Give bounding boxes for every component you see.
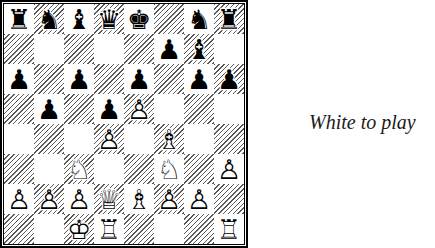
white-pawn: ♟♙ xyxy=(124,94,154,124)
black-pawn: ♟♟ xyxy=(214,64,244,94)
black-pawn: ♟♟ xyxy=(154,34,184,64)
black-pawn-glyph: ♟ xyxy=(7,66,31,93)
square-e4 xyxy=(124,124,154,154)
square-h8: ♜♜ xyxy=(214,4,244,34)
square-g2: ♟♙ xyxy=(184,184,214,214)
square-d1: ♜♖ xyxy=(94,214,124,244)
black-pawn-glyph: ♟ xyxy=(157,36,181,63)
square-a8: ♜♜ xyxy=(4,4,34,34)
square-g8: ♞♞ xyxy=(184,4,214,34)
square-g3 xyxy=(184,154,214,184)
square-f6 xyxy=(154,64,184,94)
square-g1 xyxy=(184,214,214,244)
white-pawn-glyph: ♙ xyxy=(97,126,121,153)
square-c1: ♚♔ xyxy=(64,214,94,244)
square-e5: ♟♙ xyxy=(124,94,154,124)
white-pawn-glyph: ♙ xyxy=(187,186,211,213)
square-c2: ♟♙ xyxy=(64,184,94,214)
square-g4 xyxy=(184,124,214,154)
white-pawn: ♟♙ xyxy=(214,154,244,184)
black-pawn: ♟♟ xyxy=(124,64,154,94)
chess-diagram: ♜♜♞♞♝♝♛♛♚♚♞♞♜♜♟♟♝♝♟♟♟♟♟♟♟♟♟♟♟♟♟♟♟♙♟♙♝♗♞♘… xyxy=(0,0,435,248)
white-pawn-glyph: ♙ xyxy=(157,186,181,213)
square-b6 xyxy=(34,64,64,94)
square-h6: ♟♟ xyxy=(214,64,244,94)
white-pawn: ♟♙ xyxy=(184,184,214,214)
white-knight: ♞♘ xyxy=(154,154,184,184)
white-pawn-glyph: ♙ xyxy=(37,186,61,213)
black-pawn: ♟♟ xyxy=(94,94,124,124)
white-knight-glyph: ♘ xyxy=(67,156,91,183)
square-d8: ♛♛ xyxy=(94,4,124,34)
square-f7: ♟♟ xyxy=(154,34,184,64)
square-d4: ♟♙ xyxy=(94,124,124,154)
black-queen: ♛♛ xyxy=(94,4,124,34)
square-a5 xyxy=(4,94,34,124)
white-queen: ♛♕ xyxy=(94,184,124,214)
square-f4: ♝♗ xyxy=(154,124,184,154)
black-queen-glyph: ♛ xyxy=(97,6,121,33)
white-rook: ♜♖ xyxy=(214,214,244,244)
square-f2: ♟♙ xyxy=(154,184,184,214)
square-h5 xyxy=(214,94,244,124)
black-pawn-glyph: ♟ xyxy=(127,66,151,93)
black-pawn: ♟♟ xyxy=(64,64,94,94)
white-rook: ♜♖ xyxy=(94,214,124,244)
black-rook-glyph: ♜ xyxy=(7,6,31,33)
black-pawn-glyph: ♟ xyxy=(217,66,241,93)
white-pawn-glyph: ♙ xyxy=(127,96,151,123)
white-pawn: ♟♙ xyxy=(64,184,94,214)
black-bishop: ♝♝ xyxy=(184,34,214,64)
black-bishop-glyph: ♝ xyxy=(67,6,91,33)
square-e8: ♚♚ xyxy=(124,4,154,34)
black-pawn-glyph: ♟ xyxy=(67,66,91,93)
white-king: ♚♔ xyxy=(64,214,94,244)
board-grid: ♜♜♞♞♝♝♛♛♚♚♞♞♜♜♟♟♝♝♟♟♟♟♟♟♟♟♟♟♟♟♟♟♟♙♟♙♝♗♞♘… xyxy=(3,3,245,245)
black-king: ♚♚ xyxy=(124,4,154,34)
square-f8 xyxy=(154,4,184,34)
square-c6: ♟♟ xyxy=(64,64,94,94)
square-c5 xyxy=(64,94,94,124)
square-g6: ♟♟ xyxy=(184,64,214,94)
square-a4 xyxy=(4,124,34,154)
white-pawn: ♟♙ xyxy=(94,124,124,154)
black-bishop: ♝♝ xyxy=(64,4,94,34)
black-pawn-glyph: ♟ xyxy=(187,66,211,93)
square-b4 xyxy=(34,124,64,154)
square-b1 xyxy=(34,214,64,244)
black-pawn: ♟♟ xyxy=(184,64,214,94)
square-h4 xyxy=(214,124,244,154)
square-c8: ♝♝ xyxy=(64,4,94,34)
square-c4 xyxy=(64,124,94,154)
square-g5 xyxy=(184,94,214,124)
square-f1 xyxy=(154,214,184,244)
square-a3 xyxy=(4,154,34,184)
square-f5 xyxy=(154,94,184,124)
square-e2: ♝♗ xyxy=(124,184,154,214)
black-bishop-glyph: ♝ xyxy=(187,36,211,63)
black-knight: ♞♞ xyxy=(184,4,214,34)
black-rook: ♜♜ xyxy=(4,4,34,34)
square-b3 xyxy=(34,154,64,184)
black-pawn-glyph: ♟ xyxy=(97,96,121,123)
white-pawn-glyph: ♙ xyxy=(7,186,31,213)
white-king-glyph: ♔ xyxy=(67,216,91,243)
white-queen-glyph: ♕ xyxy=(97,186,121,213)
square-b7 xyxy=(34,34,64,64)
white-pawn-glyph: ♙ xyxy=(217,156,241,183)
black-pawn-glyph: ♟ xyxy=(37,96,61,123)
white-knight: ♞♘ xyxy=(64,154,94,184)
square-e1 xyxy=(124,214,154,244)
square-c7 xyxy=(64,34,94,64)
chess-board: ♜♜♞♞♝♝♛♛♚♚♞♞♜♜♟♟♝♝♟♟♟♟♟♟♟♟♟♟♟♟♟♟♟♙♟♙♝♗♞♘… xyxy=(0,0,248,248)
white-bishop-glyph: ♗ xyxy=(127,186,151,213)
white-pawn: ♟♙ xyxy=(34,184,64,214)
white-knight-glyph: ♘ xyxy=(157,156,181,183)
square-b2: ♟♙ xyxy=(34,184,64,214)
square-e6: ♟♟ xyxy=(124,64,154,94)
square-h3: ♟♙ xyxy=(214,154,244,184)
square-h2 xyxy=(214,184,244,214)
square-a7 xyxy=(4,34,34,64)
square-f3: ♞♘ xyxy=(154,154,184,184)
square-e7 xyxy=(124,34,154,64)
white-pawn: ♟♙ xyxy=(154,184,184,214)
white-rook-glyph: ♖ xyxy=(217,216,241,243)
side-to-move-caption: White to play xyxy=(309,111,416,134)
white-pawn: ♟♙ xyxy=(4,184,34,214)
black-knight: ♞♞ xyxy=(34,4,64,34)
square-d3 xyxy=(94,154,124,184)
white-bishop: ♝♗ xyxy=(124,184,154,214)
square-a1 xyxy=(4,214,34,244)
black-knight-glyph: ♞ xyxy=(187,6,211,33)
square-h7 xyxy=(214,34,244,64)
white-bishop: ♝♗ xyxy=(154,124,184,154)
square-e3 xyxy=(124,154,154,184)
square-a2: ♟♙ xyxy=(4,184,34,214)
square-c3: ♞♘ xyxy=(64,154,94,184)
black-king-glyph: ♚ xyxy=(127,6,151,33)
white-pawn-glyph: ♙ xyxy=(67,186,91,213)
square-g7: ♝♝ xyxy=(184,34,214,64)
square-d6 xyxy=(94,64,124,94)
square-d7 xyxy=(94,34,124,64)
square-d5: ♟♟ xyxy=(94,94,124,124)
black-rook-glyph: ♜ xyxy=(217,6,241,33)
black-pawn: ♟♟ xyxy=(4,64,34,94)
square-h1: ♜♖ xyxy=(214,214,244,244)
black-pawn: ♟♟ xyxy=(34,94,64,124)
white-bishop-glyph: ♗ xyxy=(157,126,181,153)
square-d2: ♛♕ xyxy=(94,184,124,214)
square-b8: ♞♞ xyxy=(34,4,64,34)
white-rook-glyph: ♖ xyxy=(97,216,121,243)
square-a6: ♟♟ xyxy=(4,64,34,94)
black-knight-glyph: ♞ xyxy=(37,6,61,33)
black-rook: ♜♜ xyxy=(214,4,244,34)
square-b5: ♟♟ xyxy=(34,94,64,124)
